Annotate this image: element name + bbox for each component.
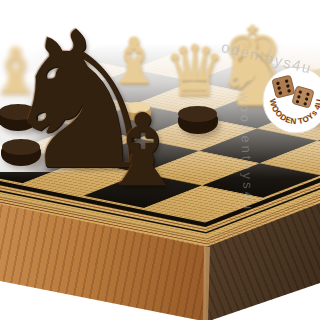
brand-logo: WOODEN TOYs 4U xyxy=(262,66,320,134)
chess-piece-dark-bishop: ♝ xyxy=(98,101,188,201)
brand-logo-graphic: WOODEN TOYs 4U xyxy=(262,66,320,134)
product-photo: ♝♝♛♚♞♞♝ odentoys4u woodentoys4u xyxy=(0,0,320,320)
